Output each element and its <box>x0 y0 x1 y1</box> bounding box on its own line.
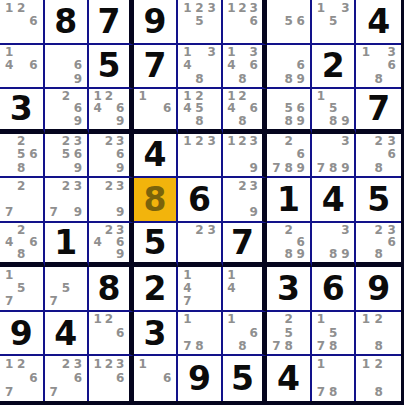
cell-r5c4[interactable]: 8 <box>134 178 179 223</box>
candidate-mark <box>206 295 218 308</box>
candidate-mark: 1 <box>181 268 193 281</box>
candidate-mark <box>226 192 237 205</box>
cell-r4c1[interactable]: 2568 <box>0 134 45 179</box>
candidate-mark <box>48 114 60 126</box>
candidate-mark: 6 <box>295 102 307 114</box>
cell-r6c5[interactable]: 23 <box>178 223 223 268</box>
candidate-mark: 1 <box>137 357 149 371</box>
candidate-mark <box>72 282 84 295</box>
candidate-mark: 3 <box>206 135 218 148</box>
candidate-mark <box>48 282 60 295</box>
candidate-mark: 3 <box>72 135 84 148</box>
candidate-mark: 8 <box>372 72 385 85</box>
candidate-mark <box>27 282 39 295</box>
cell-value: 7 <box>97 5 120 38</box>
cell-r2c5[interactable]: 1348 <box>178 45 223 90</box>
candidate-mark: 6 <box>114 148 125 161</box>
cell-r5c1[interactable]: 27 <box>0 178 45 223</box>
candidate-mark <box>92 192 103 205</box>
candidate-grid: 27 <box>3 179 40 219</box>
cell-r8c6[interactable]: 168 <box>223 312 268 357</box>
cell-value: 4 <box>322 183 345 216</box>
cell-r8c5[interactable]: 178 <box>178 312 223 357</box>
cell-r9c4[interactable]: 16 <box>134 356 179 401</box>
candidate-mark: 7 <box>181 295 193 308</box>
candidate-mark <box>72 295 84 308</box>
candidate-mark <box>114 385 125 399</box>
candidate-mark <box>226 14 237 27</box>
candidate-mark <box>315 114 327 126</box>
candidate-grid: 12458 <box>181 90 218 127</box>
candidate-mark <box>237 27 248 40</box>
candidate-mark: 8 <box>193 339 205 352</box>
cell-r1c5[interactable]: 1235 <box>178 0 223 45</box>
candidate-mark <box>3 135 15 148</box>
candidate-grid: 389 <box>315 224 352 261</box>
candidate-grid: 2468 <box>3 224 40 261</box>
cell-r2c7[interactable]: 689 <box>267 45 312 90</box>
candidate-mark: 4 <box>181 282 193 295</box>
cell-r4c3[interactable]: 2369 <box>89 134 134 179</box>
candidate-mark <box>270 224 282 236</box>
cell-r2c6[interactable]: 13468 <box>223 45 268 90</box>
cell-r8c8[interactable]: 1578 <box>312 312 357 357</box>
candidate-mark: 6 <box>385 148 398 161</box>
cell-value: 4 <box>367 5 390 38</box>
candidate-mark <box>237 282 248 295</box>
candidate-mark <box>248 27 259 40</box>
candidate-mark: 6 <box>248 14 259 27</box>
candidate-mark: 7 <box>270 161 282 174</box>
cell-r3c7[interactable]: 5689 <box>267 89 312 134</box>
candidate-mark <box>60 295 72 308</box>
cell-r7c3[interactable]: 8 <box>89 267 134 312</box>
cell-r6c8[interactable]: 389 <box>312 223 357 268</box>
candidate-grid: 1348 <box>181 46 218 86</box>
cell-value: 6 <box>188 183 211 216</box>
candidate-mark <box>385 72 398 85</box>
candidate-grid: 146 <box>3 46 40 86</box>
candidate-mark <box>372 148 385 161</box>
candidate-mark <box>60 268 72 281</box>
candidate-mark <box>193 59 205 72</box>
cell-r8c9[interactable]: 128 <box>356 312 401 357</box>
candidate-mark <box>248 339 259 352</box>
cell-r3c3[interactable]: 12469 <box>89 89 134 134</box>
candidate-mark <box>206 102 218 114</box>
candidate-mark <box>137 102 149 114</box>
candidate-mark: 2 <box>372 357 385 371</box>
candidate-grid: 1236 <box>92 357 126 399</box>
cell-r9c8[interactable]: 178 <box>312 356 357 401</box>
cell-value: 4 <box>143 138 166 171</box>
candidate-mark <box>248 72 259 85</box>
candidate-mark <box>327 313 339 326</box>
candidate-grid: 23569 <box>48 135 85 175</box>
candidate-mark: 5 <box>283 102 295 114</box>
candidate-mark: 2 <box>103 313 114 326</box>
candidate-mark <box>3 282 15 295</box>
candidate-mark: 6 <box>248 326 259 339</box>
candidate-mark <box>372 326 385 339</box>
candidate-mark <box>103 114 114 126</box>
candidate-mark: 2 <box>193 135 205 148</box>
candidate-mark: 8 <box>237 114 248 126</box>
candidate-mark <box>270 90 282 102</box>
cell-r7c5[interactable]: 147 <box>178 267 223 312</box>
candidate-mark <box>385 339 398 352</box>
cell-r1c7[interactable]: 56 <box>267 0 312 45</box>
candidate-mark <box>270 59 282 72</box>
cell-r3c9[interactable]: 7 <box>356 89 401 134</box>
cell-r8c3[interactable]: 126 <box>89 312 134 357</box>
candidate-mark: 3 <box>339 1 351 14</box>
candidate-mark: 5 <box>60 148 72 161</box>
candidate-mark <box>92 371 103 385</box>
candidate-mark <box>181 224 193 236</box>
candidate-mark <box>283 59 295 72</box>
candidate-mark: 2 <box>103 357 114 371</box>
cell-r2c4[interactable]: 7 <box>134 45 179 90</box>
sudoku-board: 1268791235123656135414669571348134686892… <box>0 0 404 405</box>
candidate-mark: 9 <box>295 161 307 174</box>
candidate-grid: 16 <box>137 357 174 399</box>
cell-r9c2[interactable]: 2367 <box>45 356 90 401</box>
candidate-mark: 2 <box>103 179 114 192</box>
candidate-mark <box>237 268 248 281</box>
candidate-mark <box>237 148 248 161</box>
candidate-mark <box>48 102 60 114</box>
cell-r5c6[interactable]: 239 <box>223 178 268 223</box>
cell-value: 3 <box>277 272 300 305</box>
cell-r7c8[interactable]: 6 <box>312 267 357 312</box>
candidate-mark <box>27 1 39 14</box>
candidate-mark <box>103 161 114 174</box>
candidate-mark: 6 <box>72 102 84 114</box>
candidate-mark: 8 <box>327 339 339 352</box>
candidate-grid: 57 <box>48 268 85 308</box>
cell-r8c7[interactable]: 2578 <box>267 312 312 357</box>
candidate-mark <box>3 148 15 161</box>
candidate-mark <box>339 102 351 114</box>
candidate-mark <box>327 1 339 14</box>
candidate-mark <box>92 339 103 352</box>
candidate-mark <box>226 27 237 40</box>
candidate-mark: 3 <box>248 1 259 14</box>
candidate-mark <box>339 14 351 27</box>
candidate-mark <box>27 72 39 85</box>
candidate-mark: 3 <box>206 46 218 59</box>
candidate-mark <box>48 161 60 174</box>
candidate-mark <box>60 72 72 85</box>
cell-value: 6 <box>322 272 345 305</box>
candidate-mark: 2 <box>60 179 72 192</box>
candidate-mark <box>226 148 237 161</box>
candidate-grid: 1589 <box>315 90 352 127</box>
candidate-mark: 5 <box>283 14 295 27</box>
candidate-grid: 2367 <box>48 357 85 399</box>
cell-r4c5[interactable]: 123 <box>178 134 223 179</box>
candidate-mark: 9 <box>114 161 125 174</box>
cell-r8c4[interactable]: 3 <box>134 312 179 357</box>
candidate-mark: 8 <box>193 72 205 85</box>
cell-r6c4[interactable]: 5 <box>134 223 179 268</box>
cell-r7c2[interactable]: 57 <box>45 267 90 312</box>
candidate-grid: 239 <box>226 179 260 219</box>
candidate-mark: 2 <box>15 135 27 148</box>
candidate-mark <box>181 248 193 260</box>
candidate-mark <box>339 339 351 352</box>
cell-r5c9[interactable]: 5 <box>356 178 401 223</box>
candidate-mark: 1 <box>137 90 149 102</box>
cell-r4c2[interactable]: 23569 <box>45 134 90 179</box>
candidate-grid: 23469 <box>92 224 126 261</box>
candidate-mark: 2 <box>193 224 205 236</box>
candidate-mark <box>315 102 327 114</box>
candidate-mark <box>295 135 307 148</box>
candidate-mark <box>206 14 218 27</box>
candidate-mark <box>359 326 372 339</box>
candidate-grid: 135 <box>315 1 352 41</box>
candidate-mark <box>15 295 27 308</box>
cell-r2c9[interactable]: 1368 <box>356 45 401 90</box>
cell-r6c1[interactable]: 2468 <box>0 223 45 268</box>
candidate-mark <box>48 135 60 148</box>
candidate-mark <box>181 72 193 85</box>
cell-r3c1[interactable]: 3 <box>0 89 45 134</box>
candidate-mark <box>149 102 161 114</box>
candidate-mark <box>181 326 193 339</box>
candidate-mark: 2 <box>237 135 248 148</box>
candidate-mark <box>359 248 372 260</box>
candidate-mark <box>3 27 15 40</box>
cell-r6c6[interactable]: 7 <box>223 223 268 268</box>
candidate-mark: 1 <box>226 46 237 59</box>
candidate-mark <box>359 236 372 248</box>
candidate-mark: 3 <box>248 179 259 192</box>
candidate-mark <box>193 236 205 248</box>
candidate-mark <box>237 313 248 326</box>
candidate-mark <box>339 357 351 371</box>
candidate-mark <box>181 148 193 161</box>
cell-value: 7 <box>367 92 390 125</box>
candidate-mark: 8 <box>372 248 385 260</box>
cell-r2c2[interactable]: 69 <box>45 45 90 90</box>
candidate-mark <box>193 268 205 281</box>
cell-r5c3[interactable]: 239 <box>89 178 134 223</box>
candidate-mark <box>181 114 193 126</box>
candidate-mark <box>103 102 114 114</box>
candidate-mark: 2 <box>15 1 27 14</box>
candidate-grid: 12469 <box>92 90 126 127</box>
candidate-mark: 5 <box>327 326 339 339</box>
cell-r2c3[interactable]: 5 <box>89 45 134 90</box>
candidate-grid: 2689 <box>270 224 307 261</box>
cell-value: 3 <box>143 317 166 350</box>
cell-value: 1 <box>277 183 300 216</box>
cell-r5c5[interactable]: 6 <box>178 178 223 223</box>
cell-r3c2[interactable]: 269 <box>45 89 90 134</box>
candidate-mark: 6 <box>27 371 39 385</box>
candidate-mark <box>248 268 259 281</box>
candidate-mark <box>3 72 15 85</box>
cell-r4c7[interactable]: 26789 <box>267 134 312 179</box>
cell-r1c9[interactable]: 4 <box>356 0 401 45</box>
candidate-mark <box>295 1 307 14</box>
cell-r9c9[interactable]: 128 <box>356 356 401 401</box>
candidate-grid: 5689 <box>270 90 307 127</box>
candidate-mark <box>149 357 161 371</box>
cell-r4c9[interactable]: 2368 <box>356 134 401 179</box>
cell-r7c1[interactable]: 157 <box>0 267 45 312</box>
candidate-mark <box>60 46 72 59</box>
cell-r3c6[interactable]: 12468 <box>223 89 268 134</box>
candidate-mark: 3 <box>248 135 259 148</box>
candidate-mark <box>270 313 282 326</box>
candidate-mark: 5 <box>327 14 339 27</box>
cell-r8c1[interactable]: 9 <box>0 312 45 357</box>
cell-r4c8[interactable]: 3789 <box>312 134 357 179</box>
cell-r1c4[interactable]: 9 <box>134 0 179 45</box>
cell-r7c6[interactable]: 14 <box>223 267 268 312</box>
cell-r3c8[interactable]: 1589 <box>312 89 357 134</box>
cell-value: 3 <box>10 92 33 125</box>
cell-value: 8 <box>54 5 77 38</box>
cell-r5c7[interactable]: 1 <box>267 178 312 223</box>
cell-r7c9[interactable]: 9 <box>356 267 401 312</box>
cell-r1c1[interactable]: 126 <box>0 0 45 45</box>
cell-r7c7[interactable]: 3 <box>267 267 312 312</box>
candidate-mark: 5 <box>193 14 205 27</box>
candidate-mark: 2 <box>103 90 114 102</box>
candidate-mark: 2 <box>372 135 385 148</box>
cell-r6c7[interactable]: 2689 <box>267 223 312 268</box>
candidate-grid: 1267 <box>3 357 40 399</box>
cell-r7c4[interactable]: 2 <box>134 267 179 312</box>
cell-r8c2[interactable]: 4 <box>45 312 90 357</box>
cell-r4c4[interactable]: 4 <box>134 134 179 179</box>
cell-value: 2 <box>322 49 345 82</box>
candidate-mark: 2 <box>237 90 248 102</box>
candidate-mark: 5 <box>193 102 205 114</box>
candidate-mark: 7 <box>48 206 60 219</box>
cell-r1c6[interactable]: 1236 <box>223 0 268 45</box>
cell-r9c3[interactable]: 1236 <box>89 356 134 401</box>
cell-r9c7[interactable]: 4 <box>267 356 312 401</box>
candidate-mark: 8 <box>283 339 295 352</box>
candidate-mark: 2 <box>283 224 295 236</box>
candidate-mark: 8 <box>283 72 295 85</box>
candidate-mark <box>385 371 398 385</box>
candidate-grid: 3789 <box>315 135 352 175</box>
candidate-mark: 7 <box>315 161 327 174</box>
candidate-mark <box>248 148 259 161</box>
candidate-mark <box>295 46 307 59</box>
candidate-mark <box>315 14 327 27</box>
candidate-mark <box>248 192 259 205</box>
cell-r3c5[interactable]: 12458 <box>178 89 223 134</box>
candidate-mark <box>48 72 60 85</box>
candidate-mark: 9 <box>72 72 84 85</box>
cell-r2c8[interactable]: 2 <box>312 45 357 90</box>
candidate-grid: 26789 <box>270 135 307 175</box>
candidate-mark <box>103 339 114 352</box>
candidate-mark: 9 <box>339 248 351 260</box>
cell-r1c8[interactable]: 135 <box>312 0 357 45</box>
cell-r6c2[interactable]: 1 <box>45 223 90 268</box>
candidate-mark <box>385 313 398 326</box>
candidate-mark <box>149 114 161 126</box>
candidate-mark <box>248 282 259 295</box>
candidate-mark: 1 <box>3 357 15 371</box>
cell-value: 9 <box>143 5 166 38</box>
candidate-mark: 8 <box>237 72 248 85</box>
candidate-grid: 12468 <box>226 90 260 127</box>
cell-r4c6[interactable]: 1239 <box>223 134 268 179</box>
cell-r9c6[interactable]: 5 <box>223 356 268 401</box>
candidate-mark: 8 <box>327 385 339 399</box>
candidate-mark: 4 <box>3 236 15 248</box>
candidate-mark <box>48 192 60 205</box>
cell-r5c8[interactable]: 4 <box>312 178 357 223</box>
candidate-mark <box>270 72 282 85</box>
cell-r2c1[interactable]: 146 <box>0 45 45 90</box>
candidate-mark <box>327 357 339 371</box>
candidate-mark <box>193 313 205 326</box>
candidate-mark <box>270 148 282 161</box>
candidate-mark: 1 <box>181 1 193 14</box>
cell-r6c9[interactable]: 2368 <box>356 223 401 268</box>
candidate-mark <box>27 46 39 59</box>
cell-r5c2[interactable]: 2379 <box>45 178 90 223</box>
candidate-mark <box>60 192 72 205</box>
candidate-mark <box>3 161 15 174</box>
candidate-mark <box>270 326 282 339</box>
cell-value: 5 <box>97 49 120 82</box>
candidate-mark <box>103 248 114 260</box>
candidate-mark <box>193 248 205 260</box>
candidate-mark <box>315 27 327 40</box>
cell-value: 7 <box>231 226 254 259</box>
candidate-mark: 7 <box>3 385 15 399</box>
candidate-mark <box>206 72 218 85</box>
cell-r6c3[interactable]: 23469 <box>89 223 134 268</box>
candidate-mark <box>48 179 60 192</box>
candidate-mark <box>315 224 327 236</box>
candidate-grid: 123 <box>181 135 218 175</box>
candidate-mark <box>295 326 307 339</box>
candidate-mark: 1 <box>181 313 193 326</box>
candidate-mark <box>72 192 84 205</box>
candidate-mark <box>283 46 295 59</box>
candidate-mark <box>339 385 351 399</box>
cell-r3c4[interactable]: 16 <box>134 89 179 134</box>
candidate-mark: 3 <box>339 224 351 236</box>
candidate-mark <box>327 135 339 148</box>
candidate-mark: 2 <box>15 179 27 192</box>
cell-r1c3[interactable]: 7 <box>89 0 134 45</box>
cell-r9c1[interactable]: 1267 <box>0 356 45 401</box>
cell-r1c2[interactable]: 8 <box>45 0 90 45</box>
candidate-mark <box>27 295 39 308</box>
candidate-mark <box>315 148 327 161</box>
candidate-mark <box>193 326 205 339</box>
candidate-mark <box>206 148 218 161</box>
candidate-mark <box>359 59 372 72</box>
candidate-mark <box>372 371 385 385</box>
candidate-mark <box>248 295 259 308</box>
cell-r9c5[interactable]: 9 <box>178 356 223 401</box>
